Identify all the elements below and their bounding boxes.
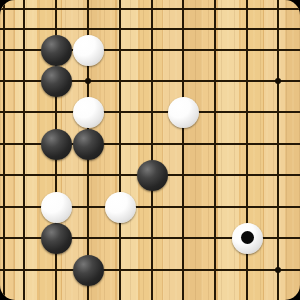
white-stone-C12[interactable]: [41, 192, 72, 223]
grid-line-h-row18: [0, 28, 300, 30]
star-point-K16: [275, 78, 281, 84]
star-point-D16: [85, 78, 91, 84]
black-stone-C16[interactable]: [41, 66, 72, 97]
black-stone-C11[interactable]: [41, 223, 72, 254]
last-move-marker: [241, 231, 254, 244]
black-stone-C14[interactable]: [41, 129, 72, 160]
black-stone-D10[interactable]: [73, 255, 104, 286]
star-point-K10: [275, 267, 281, 273]
black-stone-D14[interactable]: [73, 129, 104, 160]
grid-line-v-colJ: [246, 0, 248, 300]
black-stone-C17[interactable]: [41, 35, 72, 66]
grid-line-v-colE: [119, 0, 121, 300]
grid-line-v-colA: [3, 0, 5, 300]
go-board[interactable]: [0, 0, 300, 300]
grid-line-v-colF: [151, 0, 153, 300]
grid-line-v-colH: [214, 0, 216, 300]
black-stone-F13[interactable]: [137, 160, 168, 191]
app-window: [0, 0, 300, 300]
grid-line-v-colG: [182, 0, 184, 300]
white-stone-D17[interactable]: [73, 35, 104, 66]
grid-line-h-row15: [0, 111, 300, 113]
grid-line-v-colK: [277, 0, 279, 300]
white-stone-E12[interactable]: [105, 192, 136, 223]
white-stone-D15[interactable]: [73, 97, 104, 128]
grid-line-h-row10: [0, 269, 300, 271]
grid-line-h-row19: [0, 8, 300, 10]
grid-line-v-colB: [23, 0, 25, 300]
white-stone-G15[interactable]: [168, 97, 199, 128]
